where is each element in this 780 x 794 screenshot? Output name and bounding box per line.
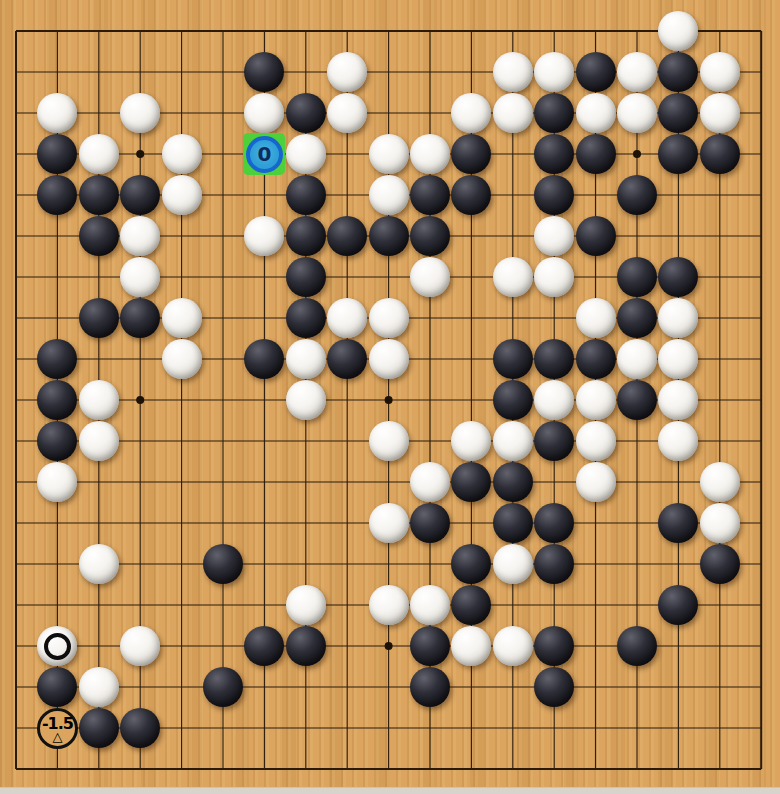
white-stone	[576, 380, 616, 420]
black-stone	[534, 667, 574, 707]
white-stone	[327, 52, 367, 92]
black-stone	[493, 339, 533, 379]
white-stone	[369, 585, 409, 625]
white-stone	[576, 298, 616, 338]
black-stone	[286, 175, 326, 215]
white-stone	[162, 339, 202, 379]
white-stone	[369, 421, 409, 461]
black-stone	[617, 380, 657, 420]
white-stone	[576, 462, 616, 502]
white-stone	[700, 52, 740, 92]
black-stone	[79, 708, 119, 748]
white-stone	[286, 380, 326, 420]
white-stone	[493, 52, 533, 92]
white-stone	[327, 93, 367, 133]
white-stone	[79, 134, 119, 174]
black-stone	[79, 216, 119, 256]
white-stone	[79, 421, 119, 461]
white-stone	[327, 298, 367, 338]
black-stone	[410, 626, 450, 666]
black-stone	[327, 339, 367, 379]
white-stone	[286, 134, 326, 174]
black-stone	[617, 257, 657, 297]
black-stone	[286, 216, 326, 256]
white-stone	[79, 380, 119, 420]
white-stone	[617, 93, 657, 133]
black-stone	[576, 216, 616, 256]
white-stone	[162, 175, 202, 215]
white-stone	[493, 544, 533, 584]
black-stone	[700, 544, 740, 584]
white-stone	[369, 298, 409, 338]
black-stone	[534, 134, 574, 174]
white-stone	[534, 257, 574, 297]
black-stone	[120, 708, 160, 748]
black-stone	[79, 298, 119, 338]
black-stone	[576, 339, 616, 379]
white-stone	[286, 339, 326, 379]
white-stone	[79, 544, 119, 584]
white-stone	[617, 339, 657, 379]
white-stone	[410, 257, 450, 297]
window-edge-strip	[0, 787, 780, 794]
point-loss-badge-circle: 0	[246, 136, 283, 173]
white-stone	[120, 216, 160, 256]
black-stone	[576, 134, 616, 174]
white-stone	[369, 175, 409, 215]
white-stone	[410, 134, 450, 174]
score-estimate-marker: -1.5△	[37, 708, 78, 749]
black-stone	[410, 175, 450, 215]
black-stone	[576, 52, 616, 92]
white-stone	[79, 667, 119, 707]
white-stone	[369, 134, 409, 174]
black-stone	[410, 667, 450, 707]
white-stone	[120, 257, 160, 297]
white-stone	[493, 421, 533, 461]
black-stone	[410, 216, 450, 256]
black-stone	[700, 134, 740, 174]
white-stone	[617, 52, 657, 92]
black-stone	[534, 175, 574, 215]
black-stone	[286, 93, 326, 133]
black-stone	[534, 421, 574, 461]
black-stone	[120, 298, 160, 338]
white-stone	[700, 462, 740, 502]
white-stone	[369, 339, 409, 379]
black-stone	[493, 380, 533, 420]
black-stone	[410, 503, 450, 543]
white-stone	[493, 626, 533, 666]
black-stone	[203, 667, 243, 707]
black-stone	[286, 257, 326, 297]
go-board[interactable]: 0-1.5△	[0, 0, 780, 789]
white-stone	[534, 52, 574, 92]
white-stone	[576, 93, 616, 133]
black-stone	[534, 503, 574, 543]
black-stone	[203, 544, 243, 584]
white-stone	[493, 93, 533, 133]
white-stone	[534, 216, 574, 256]
black-stone	[79, 175, 119, 215]
black-stone	[286, 626, 326, 666]
triangle-icon: △	[52, 730, 62, 743]
black-stone	[493, 503, 533, 543]
white-stone	[162, 134, 202, 174]
black-stone	[286, 298, 326, 338]
white-stone	[162, 298, 202, 338]
go-app-window: { "game": "go", "board": { "size": 19, "…	[0, 0, 780, 794]
white-stone	[410, 462, 450, 502]
white-stone	[369, 503, 409, 543]
black-stone	[617, 175, 657, 215]
black-stone	[617, 298, 657, 338]
black-stone	[534, 544, 574, 584]
black-stone	[369, 216, 409, 256]
circle-marker	[44, 633, 71, 660]
white-stone	[120, 626, 160, 666]
white-stone	[286, 585, 326, 625]
white-stone	[576, 421, 616, 461]
white-stone	[700, 93, 740, 133]
white-stone	[410, 585, 450, 625]
white-stone	[493, 257, 533, 297]
white-stone	[700, 503, 740, 543]
black-stone	[120, 175, 160, 215]
black-stone	[534, 339, 574, 379]
black-stone	[327, 216, 367, 256]
black-stone	[617, 626, 657, 666]
black-stone	[493, 462, 533, 502]
black-stone	[534, 626, 574, 666]
white-stone	[120, 93, 160, 133]
white-stone	[534, 380, 574, 420]
point-loss-badge[interactable]: 0	[243, 133, 285, 175]
black-stone	[534, 93, 574, 133]
